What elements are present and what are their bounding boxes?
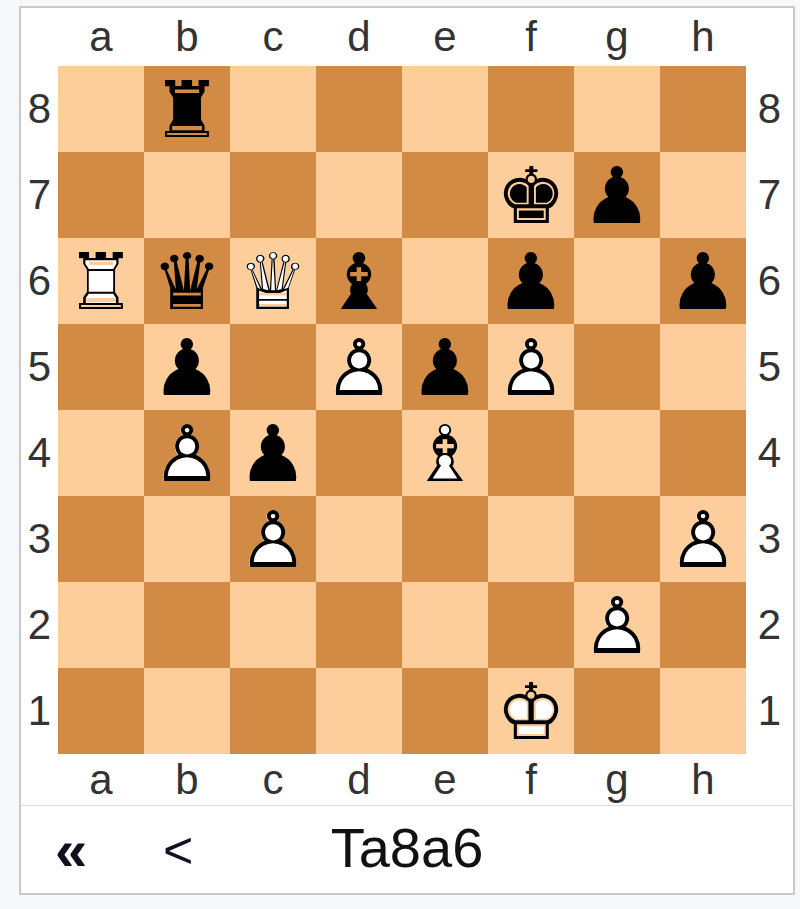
square-d7[interactable] xyxy=(316,152,402,238)
square-a6[interactable]: ♜♖ xyxy=(58,238,144,324)
square-b1[interactable] xyxy=(144,668,230,754)
square-e5[interactable]: ♟ xyxy=(402,324,488,410)
file-label-b: b xyxy=(144,759,230,801)
square-h6[interactable]: ♟ xyxy=(660,238,746,324)
square-h1[interactable] xyxy=(660,668,746,754)
square-c1[interactable] xyxy=(230,668,316,754)
page: abcdefgh 87654321 ♜♚♟♜♖♛♛♕♝♟♟♟♟♙♟♟♙♟♙♟♝♗… xyxy=(0,0,800,895)
square-c2[interactable] xyxy=(230,582,316,668)
square-d1[interactable] xyxy=(316,668,402,754)
square-h8[interactable] xyxy=(660,66,746,152)
rank-label-8: 8 xyxy=(21,88,58,130)
move-navigation-bar: « < Ta8a6 xyxy=(21,806,793,893)
square-c7[interactable] xyxy=(230,152,316,238)
square-f5[interactable]: ♟♙ xyxy=(488,324,574,410)
square-g5[interactable] xyxy=(574,324,660,410)
white-queen-icon: ♛♕ xyxy=(230,238,316,324)
square-c6[interactable]: ♛♕ xyxy=(230,238,316,324)
rank-label-8: 8 xyxy=(746,88,793,130)
square-b4[interactable]: ♟♙ xyxy=(144,410,230,496)
square-f6[interactable]: ♟ xyxy=(488,238,574,324)
black-pawn-icon: ♟ xyxy=(488,238,574,324)
square-e7[interactable] xyxy=(402,152,488,238)
rank-coordinates-left: 87654321 xyxy=(21,66,58,754)
square-f1[interactable]: ♚♔ xyxy=(488,668,574,754)
file-label-d: d xyxy=(316,16,402,58)
file-label-b: b xyxy=(144,16,230,58)
square-b5[interactable]: ♟ xyxy=(144,324,230,410)
square-d5[interactable]: ♟♙ xyxy=(316,324,402,410)
square-e6[interactable] xyxy=(402,238,488,324)
file-label-a: a xyxy=(58,759,144,801)
file-label-a: a xyxy=(58,16,144,58)
rank-label-1: 1 xyxy=(746,690,793,732)
square-h7[interactable] xyxy=(660,152,746,238)
square-c8[interactable] xyxy=(230,66,316,152)
square-g3[interactable] xyxy=(574,496,660,582)
square-a5[interactable] xyxy=(58,324,144,410)
chess-widget: abcdefgh 87654321 ♜♚♟♜♖♛♛♕♝♟♟♟♟♙♟♟♙♟♙♟♝♗… xyxy=(19,6,795,895)
black-pawn-icon: ♟ xyxy=(230,410,316,496)
rank-label-4: 4 xyxy=(746,432,793,474)
file-label-e: e xyxy=(402,16,488,58)
current-move-label: Ta8a6 xyxy=(331,814,484,879)
rank-label-4: 4 xyxy=(21,432,58,474)
file-label-e: e xyxy=(402,759,488,801)
rank-label-6: 6 xyxy=(21,260,58,302)
square-f4[interactable] xyxy=(488,410,574,496)
square-g2[interactable]: ♟♙ xyxy=(574,582,660,668)
white-pawn-icon: ♟♙ xyxy=(230,496,316,582)
square-g1[interactable] xyxy=(574,668,660,754)
square-d8[interactable] xyxy=(316,66,402,152)
square-g8[interactable] xyxy=(574,66,660,152)
rank-label-3: 3 xyxy=(21,518,58,560)
chess-board: ♜♚♟♜♖♛♛♕♝♟♟♟♟♙♟♟♙♟♙♟♝♗♟♙♟♙♟♙♚♔ xyxy=(58,66,746,754)
white-bishop-icon: ♝♗ xyxy=(402,410,488,496)
square-g7[interactable]: ♟ xyxy=(574,152,660,238)
file-label-f: f xyxy=(488,16,574,58)
file-label-h: h xyxy=(660,759,746,801)
file-coordinates-bottom: abcdefgh xyxy=(21,754,793,805)
file-label-f: f xyxy=(488,759,574,801)
previous-move-button[interactable]: < xyxy=(163,824,193,876)
square-a7[interactable] xyxy=(58,152,144,238)
rank-coordinates-right: 87654321 xyxy=(746,66,793,754)
file-label-h: h xyxy=(660,16,746,58)
file-label-c: c xyxy=(230,759,316,801)
square-b6[interactable]: ♛ xyxy=(144,238,230,324)
board-strip: 87654321 ♜♚♟♜♖♛♛♕♝♟♟♟♟♙♟♟♙♟♙♟♝♗♟♙♟♙♟♙♚♔ … xyxy=(21,66,793,754)
square-c3[interactable]: ♟♙ xyxy=(230,496,316,582)
rank-label-3: 3 xyxy=(746,518,793,560)
file-label-g: g xyxy=(574,16,660,58)
square-e8[interactable] xyxy=(402,66,488,152)
white-pawn-icon: ♟♙ xyxy=(144,410,230,496)
square-h5[interactable] xyxy=(660,324,746,410)
square-b2[interactable] xyxy=(144,582,230,668)
white-rook-icon: ♜♖ xyxy=(58,238,144,324)
square-a2[interactable] xyxy=(58,582,144,668)
rank-label-5: 5 xyxy=(746,346,793,388)
white-pawn-icon: ♟♙ xyxy=(488,324,574,410)
square-d2[interactable] xyxy=(316,582,402,668)
square-e3[interactable] xyxy=(402,496,488,582)
black-pawn-icon: ♟ xyxy=(574,152,660,238)
black-king-icon: ♚ xyxy=(488,152,574,238)
white-pawn-icon: ♟♙ xyxy=(660,496,746,582)
white-pawn-icon: ♟♙ xyxy=(574,582,660,668)
square-g6[interactable] xyxy=(574,238,660,324)
square-h3[interactable]: ♟♙ xyxy=(660,496,746,582)
square-h2[interactable] xyxy=(660,582,746,668)
file-label-c: c xyxy=(230,16,316,58)
rank-label-5: 5 xyxy=(21,346,58,388)
square-e2[interactable] xyxy=(402,582,488,668)
square-f2[interactable] xyxy=(488,582,574,668)
square-f3[interactable] xyxy=(488,496,574,582)
rank-label-7: 7 xyxy=(21,174,58,216)
square-h4[interactable] xyxy=(660,410,746,496)
square-c5[interactable] xyxy=(230,324,316,410)
file-label-g: g xyxy=(574,759,660,801)
black-bishop-icon: ♝ xyxy=(316,238,402,324)
square-g4[interactable] xyxy=(574,410,660,496)
square-f8[interactable] xyxy=(488,66,574,152)
square-d4[interactable] xyxy=(316,410,402,496)
rank-label-7: 7 xyxy=(746,174,793,216)
black-pawn-icon: ♟ xyxy=(660,238,746,324)
rank-label-2: 2 xyxy=(21,604,58,646)
rank-label-6: 6 xyxy=(746,260,793,302)
square-b3[interactable] xyxy=(144,496,230,582)
square-b7[interactable] xyxy=(144,152,230,238)
black-queen-icon: ♛ xyxy=(144,238,230,324)
square-d3[interactable] xyxy=(316,496,402,582)
square-a4[interactable] xyxy=(58,410,144,496)
square-f7[interactable]: ♚ xyxy=(488,152,574,238)
black-pawn-icon: ♟ xyxy=(144,324,230,410)
square-d6[interactable]: ♝ xyxy=(316,238,402,324)
first-move-button[interactable]: « xyxy=(55,821,87,879)
file-coordinates-top: abcdefgh xyxy=(21,8,793,66)
white-pawn-icon: ♟♙ xyxy=(316,324,402,410)
square-e4[interactable]: ♝♗ xyxy=(402,410,488,496)
black-rook-icon: ♜ xyxy=(144,66,230,152)
square-a8[interactable] xyxy=(58,66,144,152)
file-label-d: d xyxy=(316,759,402,801)
white-king-icon: ♚♔ xyxy=(488,668,574,754)
square-e1[interactable] xyxy=(402,668,488,754)
rank-label-1: 1 xyxy=(21,690,58,732)
square-a3[interactable] xyxy=(58,496,144,582)
square-b8[interactable]: ♜ xyxy=(144,66,230,152)
square-c4[interactable]: ♟ xyxy=(230,410,316,496)
rank-label-2: 2 xyxy=(746,604,793,646)
black-pawn-icon: ♟ xyxy=(402,324,488,410)
square-a1[interactable] xyxy=(58,668,144,754)
